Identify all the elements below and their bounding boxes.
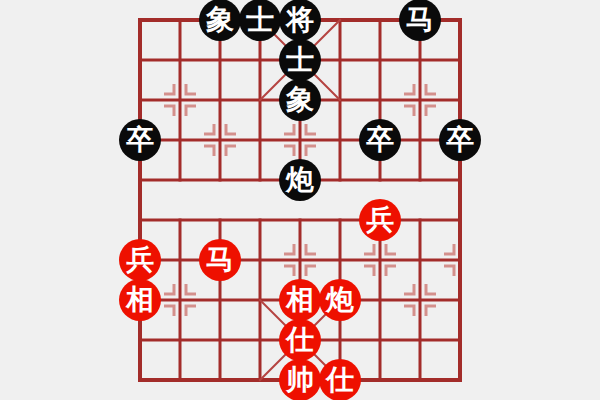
piece-black-pawn[interactable]: 卒 <box>119 119 161 161</box>
piece-black-advisor[interactable]: 士 <box>279 39 321 81</box>
piece-black-elephant[interactable]: 象 <box>199 0 241 41</box>
piece-red-horse[interactable]: 马 <box>199 239 241 281</box>
piece-red-elephant[interactable]: 相 <box>119 279 161 321</box>
piece-red-cannon[interactable]: 炮 <box>319 279 361 321</box>
piece-black-cannon[interactable]: 炮 <box>279 159 321 201</box>
piece-layer[interactable]: 象士将马士象卒卒卒炮兵兵马相相炮仕帅仕 <box>120 0 480 400</box>
xiangqi-board: 象士将马士象卒卒卒炮兵兵马相相炮仕帅仕 <box>0 0 600 400</box>
piece-black-advisor[interactable]: 士 <box>239 0 281 41</box>
piece-black-horse[interactable]: 马 <box>399 0 441 41</box>
piece-red-pawn[interactable]: 兵 <box>359 199 401 241</box>
piece-black-general[interactable]: 将 <box>279 0 321 41</box>
piece-black-elephant[interactable]: 象 <box>279 79 321 121</box>
piece-red-advisor[interactable]: 仕 <box>319 359 361 400</box>
piece-red-advisor[interactable]: 仕 <box>279 319 321 361</box>
piece-red-elephant[interactable]: 相 <box>279 279 321 321</box>
piece-red-general[interactable]: 帅 <box>279 359 321 400</box>
piece-black-pawn[interactable]: 卒 <box>359 119 401 161</box>
piece-red-pawn[interactable]: 兵 <box>119 239 161 281</box>
piece-black-pawn[interactable]: 卒 <box>439 119 481 161</box>
